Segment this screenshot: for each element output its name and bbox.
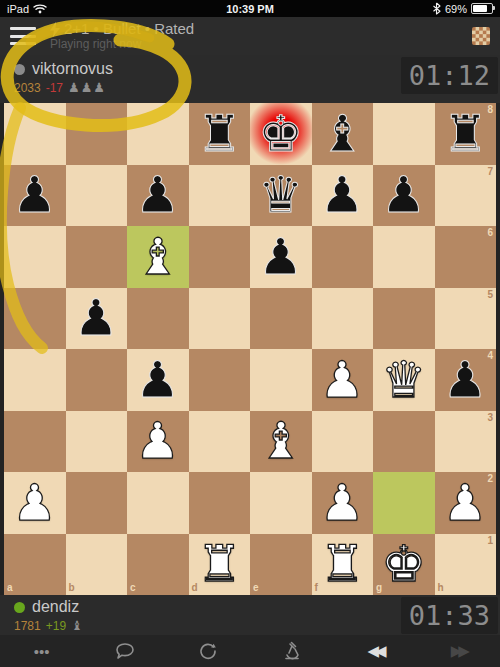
square-b7[interactable]	[66, 165, 128, 227]
offline-status-dot	[14, 64, 25, 75]
black-pawn-g7[interactable]: ♟	[373, 165, 435, 227]
square-c6[interactable]: ♝	[127, 226, 189, 288]
square-b3[interactable]	[66, 411, 128, 473]
square-d4[interactable]	[189, 349, 251, 411]
lichess-game-screen: iPad 10:39 PM 69% 2+1 • Bullet • Rated	[0, 0, 500, 667]
black-pawn-c7[interactable]: ♟	[127, 165, 189, 227]
cycle-arrows-icon	[198, 641, 218, 661]
square-e1[interactable]: e	[250, 534, 312, 596]
game-title: 2+1 • Bullet • Rated	[64, 20, 194, 37]
black-pawn-a7[interactable]: ♟	[4, 165, 66, 227]
top-player-bar: viktornovus 2033 -17 ♟♟♟ 01:12	[0, 55, 500, 103]
square-c2[interactable]	[127, 472, 189, 534]
rank-label-5: 5	[487, 290, 493, 300]
square-g7[interactable]: ♟	[373, 165, 435, 227]
analysis-button[interactable]	[262, 637, 322, 665]
square-f7[interactable]: ♟	[312, 165, 374, 227]
bottom-toolbar: ••• ◀◀ ▶▶	[0, 635, 500, 667]
file-label-a: a	[7, 583, 13, 593]
file-label-h: h	[438, 583, 444, 593]
square-h1[interactable]: 1h	[435, 534, 497, 596]
square-g1[interactable]: g♚	[373, 534, 435, 596]
square-b5[interactable]: ♟	[66, 288, 128, 350]
square-a3[interactable]	[4, 411, 66, 473]
fast-forward-icon: ▶▶	[451, 642, 466, 660]
black-rook-h8[interactable]: ♜	[435, 103, 497, 165]
top-captured-pieces-icons: ♟♟♟	[68, 80, 106, 95]
white-bishop-e3[interactable]: ♝	[250, 411, 312, 473]
white-king-g1[interactable]: ♚	[373, 534, 435, 596]
square-b8[interactable]	[66, 103, 128, 165]
square-e4[interactable]	[250, 349, 312, 411]
fast-backward-icon: ◀◀	[367, 642, 382, 660]
square-f8[interactable]: ♝	[312, 103, 374, 165]
chess-board[interactable]: ♜♚♝8♜♟♟♛♟♟7♝♟6♟5♟♟♛4♟♟♝3♟♟2♟abcd♜ef♜g♚1h	[4, 103, 496, 595]
square-h7[interactable]: 7	[435, 165, 497, 227]
battery-icon	[471, 3, 493, 14]
square-d8[interactable]: ♜	[189, 103, 251, 165]
top-player-name[interactable]: viktornovus	[32, 60, 113, 78]
square-f1[interactable]: f♜	[312, 534, 374, 596]
square-h5[interactable]: 5	[435, 288, 497, 350]
forward-button[interactable]: ▶▶	[428, 637, 488, 665]
file-label-b: b	[69, 583, 75, 593]
black-pawn-c4[interactable]: ♟	[127, 349, 189, 411]
white-pawn-h2[interactable]: ♟	[435, 472, 497, 534]
game-header: 2+1 • Bullet • Rated Playing right now	[0, 17, 500, 55]
square-b1[interactable]: b	[66, 534, 128, 596]
black-bishop-f8[interactable]: ♝	[312, 103, 374, 165]
top-player-rating-diff: -17	[46, 81, 63, 95]
square-d1[interactable]: d♜	[189, 534, 251, 596]
top-player-rating: 2033	[14, 81, 41, 95]
square-e6[interactable]: ♟	[250, 226, 312, 288]
file-label-e: e	[253, 583, 259, 593]
online-status-dot	[14, 602, 25, 613]
square-d6[interactable]	[189, 226, 251, 288]
square-e5[interactable]	[250, 288, 312, 350]
chat-bubble-icon	[115, 642, 135, 660]
battery-percent-label: 69%	[445, 3, 467, 15]
square-g4[interactable]: ♛	[373, 349, 435, 411]
rank-label-6: 6	[487, 228, 493, 238]
rank-label-1: 1	[487, 536, 493, 546]
square-f6[interactable]	[312, 226, 374, 288]
square-g5[interactable]	[373, 288, 435, 350]
chat-button[interactable]	[95, 637, 155, 665]
square-h3[interactable]: 3	[435, 411, 497, 473]
status-time: 10:39 PM	[0, 3, 500, 15]
square-e3[interactable]: ♝	[250, 411, 312, 473]
microscope-icon	[282, 641, 302, 661]
white-queen-g4[interactable]: ♛	[373, 349, 435, 411]
bottom-player-rating-diff: +19	[46, 619, 66, 633]
more-button[interactable]: •••	[12, 637, 72, 665]
white-pawn-c3[interactable]: ♟	[127, 411, 189, 473]
bottom-player-bar: dendiz 1781 +19 ♝ 01:33	[0, 595, 500, 635]
square-f4[interactable]: ♟	[312, 349, 374, 411]
square-b6[interactable]	[66, 226, 128, 288]
menu-icon[interactable]	[10, 27, 36, 45]
square-e2[interactable]	[250, 472, 312, 534]
square-g8[interactable]	[373, 103, 435, 165]
square-h4[interactable]: 4♟	[435, 349, 497, 411]
square-a2[interactable]: ♟	[4, 472, 66, 534]
top-player-clock: 01:12	[401, 57, 498, 94]
square-a6[interactable]	[4, 226, 66, 288]
square-c4[interactable]: ♟	[127, 349, 189, 411]
square-b4[interactable]	[66, 349, 128, 411]
bottom-player-name[interactable]: dendiz	[32, 598, 79, 616]
square-h2[interactable]: 2♟	[435, 472, 497, 534]
square-d5[interactable]	[189, 288, 251, 350]
carrier-label: iPad	[7, 3, 29, 15]
more-dots-icon: •••	[34, 643, 50, 660]
square-c7[interactable]: ♟	[127, 165, 189, 227]
black-pawn-b5[interactable]: ♟	[66, 288, 128, 350]
black-queen-e7[interactable]: ♛	[250, 165, 312, 227]
square-f5[interactable]	[312, 288, 374, 350]
square-e8[interactable]: ♚	[250, 103, 312, 165]
bottom-player-rating: 1781	[14, 619, 41, 633]
square-h6[interactable]: 6	[435, 226, 497, 288]
black-rook-d8[interactable]: ♜	[189, 103, 251, 165]
lightning-icon	[50, 22, 60, 37]
square-g3[interactable]	[373, 411, 435, 473]
square-g2[interactable]	[373, 472, 435, 534]
black-pawn-h4[interactable]: ♟	[435, 349, 497, 411]
square-c1[interactable]: c	[127, 534, 189, 596]
square-d2[interactable]	[189, 472, 251, 534]
file-label-c: c	[130, 583, 136, 593]
square-g6[interactable]	[373, 226, 435, 288]
square-a1[interactable]: a	[4, 534, 66, 596]
game-status-text: Playing right now	[50, 38, 194, 52]
square-a5[interactable]	[4, 288, 66, 350]
square-a8[interactable]	[4, 103, 66, 165]
square-e7[interactable]: ♛	[250, 165, 312, 227]
square-c3[interactable]: ♟	[127, 411, 189, 473]
square-c8[interactable]	[127, 103, 189, 165]
black-pawn-e6[interactable]: ♟	[250, 226, 312, 288]
bluetooth-icon	[432, 2, 441, 15]
flip-board-button[interactable]	[178, 637, 238, 665]
backward-button[interactable]: ◀◀	[345, 637, 405, 665]
white-pawn-f4[interactable]: ♟	[312, 349, 374, 411]
white-rook-f1[interactable]: ♜	[312, 534, 374, 596]
wifi-icon	[33, 3, 47, 14]
square-d7[interactable]	[189, 165, 251, 227]
square-c5[interactable]	[127, 288, 189, 350]
white-pawn-a2[interactable]: ♟	[4, 472, 66, 534]
square-a4[interactable]	[4, 349, 66, 411]
square-h8[interactable]: 8♜	[435, 103, 497, 165]
square-d3[interactable]	[189, 411, 251, 473]
game-title-row: 2+1 • Bullet • Rated	[50, 20, 194, 37]
status-bar: iPad 10:39 PM 69%	[0, 0, 500, 17]
bottom-player-clock: 01:33	[401, 597, 498, 634]
black-king-e8[interactable]: ♚	[250, 103, 312, 165]
rank-label-3: 3	[487, 413, 493, 423]
square-b2[interactable]	[66, 472, 128, 534]
white-bishop-c6[interactable]: ♝	[127, 226, 189, 288]
square-f2[interactable]: ♟	[312, 472, 374, 534]
square-f3[interactable]	[312, 411, 374, 473]
white-rook-d1[interactable]: ♜	[189, 534, 251, 596]
board-thumbnail-icon[interactable]	[472, 27, 490, 45]
square-a7[interactable]: ♟	[4, 165, 66, 227]
black-pawn-f7[interactable]: ♟	[312, 165, 374, 227]
rank-label-7: 7	[487, 167, 493, 177]
white-pawn-f2[interactable]: ♟	[312, 472, 374, 534]
board-area: ♜♚♝8♜♟♟♛♟♟7♝♟6♟5♟♟♛4♟♟♝3♟♟2♟abcd♜ef♜g♚1h	[0, 103, 500, 595]
bottom-captured-pieces-icons: ♝	[71, 618, 84, 633]
